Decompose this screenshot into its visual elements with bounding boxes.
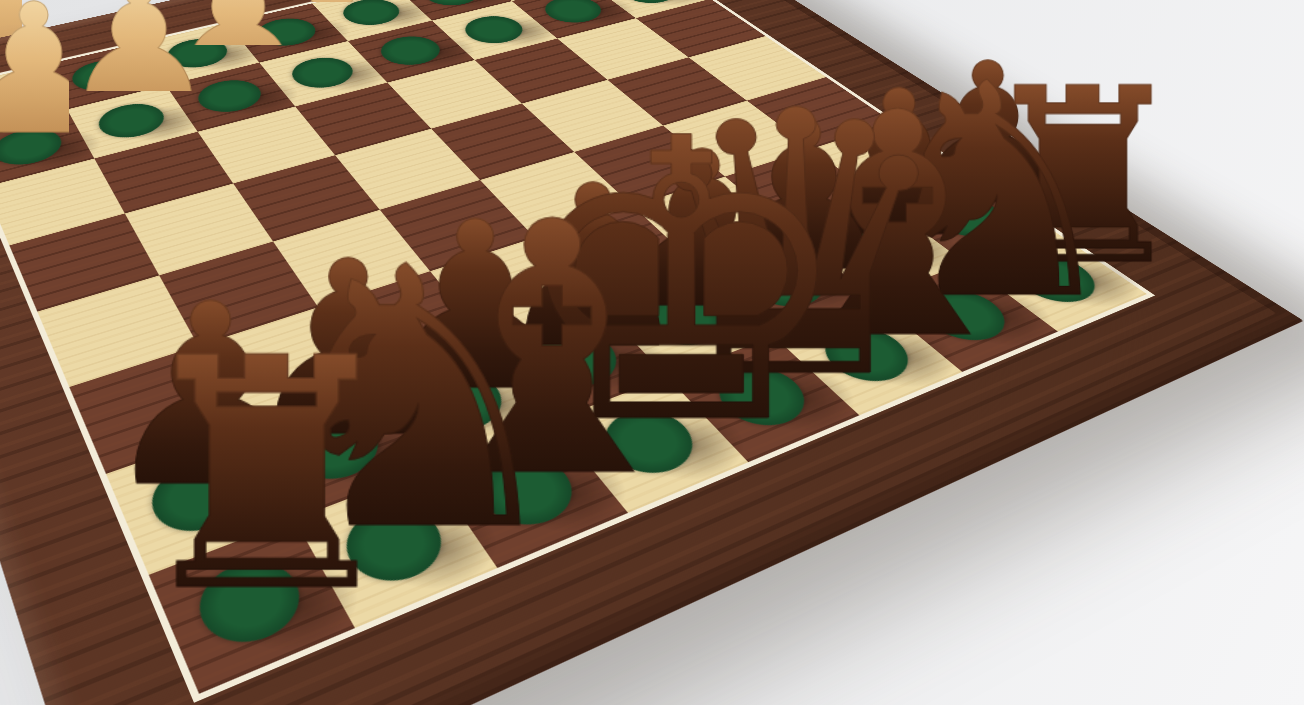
black-rook-h8[interactable]: ♜ xyxy=(149,519,355,694)
chess-scene: ♜♞♝♚♛♝♞♜♟♟♟♟♟♟♟♟♟♟♟♟♟♟♟♟♜♞♝♚♛♝♞♜ xyxy=(0,0,1304,705)
chess-board: ♜♞♝♚♛♝♞♜♟♟♟♟♟♟♟♟♟♟♟♟♟♟♟♟♜♞♝♚♛♝♞♜ xyxy=(0,0,1304,705)
piece-glyph: ♟ xyxy=(0,0,115,159)
piece-glyph: ♜ xyxy=(124,316,410,635)
pieces-layer: ♜♞♝♚♛♝♞♜♟♟♟♟♟♟♟♟♟♟♟♟♟♟♟♟♜♞♝♚♛♝♞♜ xyxy=(0,0,1304,705)
